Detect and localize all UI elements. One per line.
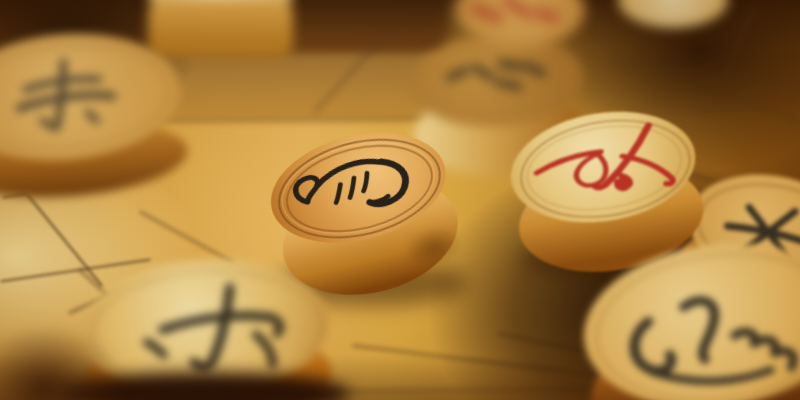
board-line <box>139 210 235 264</box>
piece-character: 馬 <box>570 260 571 261</box>
piece-character: 卒 <box>74 265 75 266</box>
piece-character <box>405 38 406 39</box>
piece-character: 兵 <box>501 126 502 127</box>
piece-black-soldier-top-left: 卒 <box>0 22 197 207</box>
piece-character: 馬 <box>257 157 258 158</box>
piece-cream-arc-top-right <box>618 0 728 30</box>
piece-red-top-cropped <box>455 0 585 50</box>
xiangqi-macro-photo: 卒 <box>0 0 800 400</box>
